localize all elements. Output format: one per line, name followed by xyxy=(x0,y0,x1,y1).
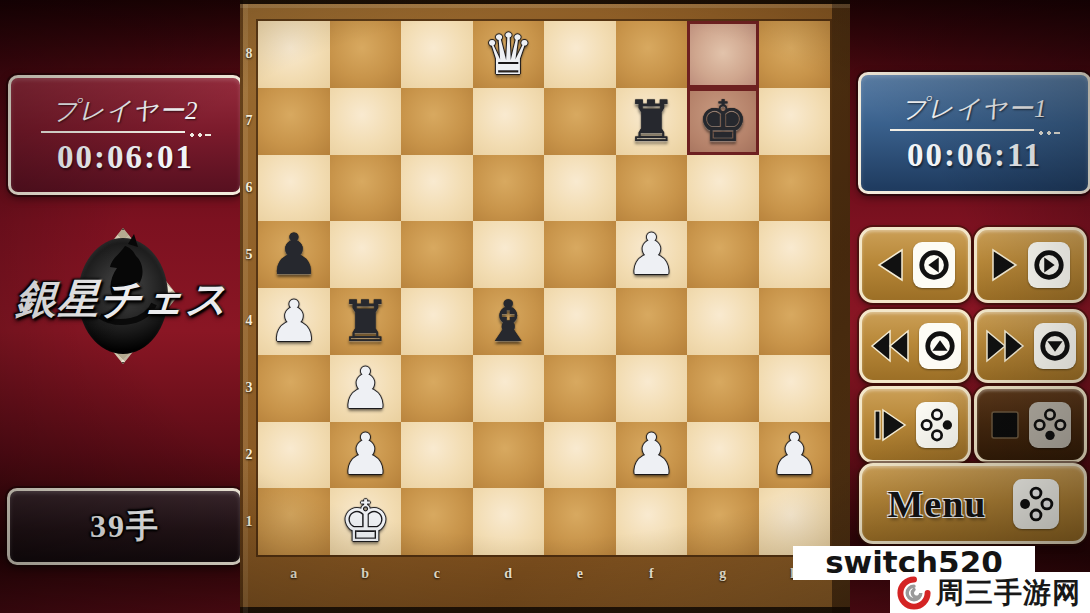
step-play-icon xyxy=(873,408,907,442)
square-d1[interactable] xyxy=(473,488,545,555)
square-h4[interactable] xyxy=(759,288,831,355)
square-d4[interactable]: ♝ xyxy=(473,288,545,355)
dpad-right-button-icon xyxy=(1028,242,1070,288)
white-pawn[interactable]: ♟ xyxy=(340,426,391,483)
square-e2[interactable] xyxy=(544,422,616,489)
file-label-c: c xyxy=(401,566,473,582)
file-label-a: a xyxy=(258,566,330,582)
square-a1[interactable] xyxy=(258,488,330,555)
spiral-logo-icon xyxy=(897,576,931,610)
menu-button[interactable]: Menu xyxy=(859,463,1087,544)
auto-play-button[interactable] xyxy=(859,386,971,463)
square-g5[interactable] xyxy=(687,221,759,288)
white-queen[interactable]: ♛ xyxy=(483,26,534,83)
square-c6[interactable] xyxy=(401,155,473,222)
black-rook[interactable]: ♜ xyxy=(340,293,391,350)
square-a2[interactable] xyxy=(258,422,330,489)
square-b8[interactable] xyxy=(330,21,402,88)
square-h1[interactable] xyxy=(759,488,831,555)
square-d5[interactable] xyxy=(473,221,545,288)
site-logo-banner: 周三手游网 xyxy=(890,572,1090,613)
square-c4[interactable] xyxy=(401,288,473,355)
square-e7[interactable] xyxy=(544,88,616,155)
square-f6[interactable] xyxy=(616,155,688,222)
board-frame: 87654321 ♛♜♚♟♟♟♜♝♟♟♟♟♚ abcdefgh xyxy=(240,0,850,613)
square-a6[interactable] xyxy=(258,155,330,222)
square-e8[interactable] xyxy=(544,21,616,88)
square-g3[interactable] xyxy=(687,355,759,422)
double-triangle-right-icon xyxy=(985,329,1025,363)
square-e6[interactable] xyxy=(544,155,616,222)
square-g7[interactable]: ♚ xyxy=(687,88,759,155)
square-b6[interactable] xyxy=(330,155,402,222)
dpad-up-button-icon xyxy=(919,323,961,369)
square-c5[interactable] xyxy=(401,221,473,288)
square-e1[interactable] xyxy=(544,488,616,555)
face-button-a-icon xyxy=(916,402,958,448)
square-d2[interactable] xyxy=(473,422,545,489)
board-grid[interactable]: ♛♜♚♟♟♟♜♝♟♟♟♟♚ xyxy=(258,21,830,555)
site-name: 周三手游网 xyxy=(936,574,1081,612)
file-label-b: b xyxy=(330,566,402,582)
black-king[interactable]: ♚ xyxy=(697,93,748,150)
square-e5[interactable] xyxy=(544,221,616,288)
player2-name: プレイヤー2 xyxy=(53,94,199,127)
square-a5[interactable]: ♟ xyxy=(258,221,330,288)
black-pawn[interactable]: ♟ xyxy=(268,226,319,283)
rank-label-1: 1 xyxy=(240,488,258,555)
triangle-right-icon xyxy=(991,248,1019,282)
app-logo: 銀星チェス xyxy=(0,222,245,382)
square-f8[interactable] xyxy=(616,21,688,88)
forward-to-end-button[interactable] xyxy=(974,309,1087,383)
dpad-down-button-icon xyxy=(1034,323,1076,369)
rewind-to-start-button[interactable] xyxy=(859,309,971,383)
square-h2[interactable]: ♟ xyxy=(759,422,831,489)
square-h3[interactable] xyxy=(759,355,831,422)
square-h6[interactable] xyxy=(759,155,831,222)
file-labels: abcdefgh xyxy=(258,566,830,582)
square-g6[interactable] xyxy=(687,155,759,222)
square-h5[interactable] xyxy=(759,221,831,288)
white-pawn[interactable]: ♟ xyxy=(626,226,677,283)
square-f1[interactable] xyxy=(616,488,688,555)
rank-label-8: 8 xyxy=(240,21,258,88)
player1-underline xyxy=(890,129,1060,131)
square-f7[interactable]: ♜ xyxy=(616,88,688,155)
square-a3[interactable] xyxy=(258,355,330,422)
player2-clock: 00:06:01 xyxy=(57,139,194,176)
square-f3[interactable] xyxy=(616,355,688,422)
dpad-left-button-icon xyxy=(913,242,955,288)
player2-panel: プレイヤー2 00:06:01 xyxy=(8,75,243,195)
game-screen: プレイヤー2 00:06:01 銀星チェス 39手 87654321 ♛♜♚♟♟… xyxy=(0,0,1090,613)
square-c2[interactable] xyxy=(401,422,473,489)
square-g8[interactable] xyxy=(687,21,759,88)
double-triangle-left-icon xyxy=(870,329,910,363)
square-e3[interactable] xyxy=(544,355,616,422)
player2-underline xyxy=(41,131,211,133)
player1-clock: 00:06:11 xyxy=(907,137,1042,174)
rank-label-3: 3 xyxy=(240,355,258,422)
player1-name: プレイヤー1 xyxy=(902,92,1048,125)
square-b3[interactable]: ♟ xyxy=(330,355,402,422)
white-pawn[interactable]: ♟ xyxy=(268,293,319,350)
white-pawn[interactable]: ♟ xyxy=(769,426,820,483)
square-g2[interactable] xyxy=(687,422,759,489)
rank-label-7: 7 xyxy=(240,88,258,155)
square-a7[interactable] xyxy=(258,88,330,155)
rank-label-5: 5 xyxy=(240,221,258,288)
square-d6[interactable] xyxy=(473,155,545,222)
app-title: 銀星チェス xyxy=(0,272,245,327)
white-pawn[interactable]: ♟ xyxy=(626,426,677,483)
prev-move-button[interactable] xyxy=(859,227,971,303)
move-counter-panel: 39手 xyxy=(7,488,243,565)
white-king[interactable]: ♚ xyxy=(340,493,391,550)
square-f4[interactable] xyxy=(616,288,688,355)
black-bishop[interactable]: ♝ xyxy=(483,293,534,350)
square-b4[interactable]: ♜ xyxy=(330,288,402,355)
square-h8[interactable] xyxy=(759,21,831,88)
next-move-button[interactable] xyxy=(974,227,1087,303)
face-button-b-icon xyxy=(1029,402,1071,448)
square-h7[interactable] xyxy=(759,88,831,155)
menu-button-label: Menu xyxy=(888,482,987,526)
square-c8[interactable] xyxy=(401,21,473,88)
rank-label-4: 4 xyxy=(240,288,258,355)
face-button-y-icon xyxy=(1013,479,1059,529)
file-label-f: f xyxy=(616,566,688,582)
square-b5[interactable] xyxy=(330,221,402,288)
file-label-e: e xyxy=(544,566,616,582)
player1-panel: プレイヤー1 00:06:11 xyxy=(858,72,1090,194)
square-g1[interactable] xyxy=(687,488,759,555)
square-b2[interactable]: ♟ xyxy=(330,422,402,489)
square-c1[interactable] xyxy=(401,488,473,555)
square-d8[interactable]: ♛ xyxy=(473,21,545,88)
square-f2[interactable]: ♟ xyxy=(616,422,688,489)
file-label-g: g xyxy=(687,566,759,582)
white-pawn[interactable]: ♟ xyxy=(340,360,391,417)
rank-label-6: 6 xyxy=(240,155,258,222)
square-c3[interactable] xyxy=(401,355,473,422)
square-a8[interactable] xyxy=(258,21,330,88)
square-b1[interactable]: ♚ xyxy=(330,488,402,555)
square-a4[interactable]: ♟ xyxy=(258,288,330,355)
square-b7[interactable] xyxy=(330,88,402,155)
triangle-left-icon xyxy=(876,248,904,282)
black-rook[interactable]: ♜ xyxy=(626,93,677,150)
square-e4[interactable] xyxy=(544,288,616,355)
stop-button xyxy=(974,386,1087,463)
square-c7[interactable] xyxy=(401,88,473,155)
file-label-d: d xyxy=(473,566,545,582)
square-f5[interactable]: ♟ xyxy=(616,221,688,288)
move-counter: 39手 xyxy=(90,505,160,549)
rank-label-2: 2 xyxy=(240,422,258,489)
stop-square-icon xyxy=(990,410,1020,440)
square-g4[interactable] xyxy=(687,288,759,355)
rank-labels: 87654321 xyxy=(240,21,258,555)
square-d3[interactable] xyxy=(473,355,545,422)
square-d7[interactable] xyxy=(473,88,545,155)
